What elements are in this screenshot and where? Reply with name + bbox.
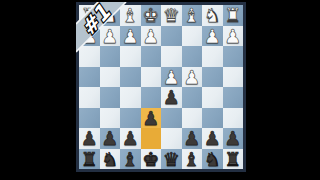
board-square[interactable]: ♟ (161, 87, 182, 108)
episode-ribbon-badge: #1 (76, 2, 129, 55)
white-knight-piece: ♞ (204, 5, 221, 26)
board-square[interactable] (141, 128, 162, 149)
board-square[interactable] (182, 87, 203, 108)
board-square[interactable]: ♟ (161, 67, 182, 88)
board-square[interactable]: ♜ (79, 149, 100, 170)
black-rook-piece: ♜ (224, 149, 241, 170)
board-square[interactable]: ♚ (141, 5, 162, 26)
board-square[interactable] (79, 67, 100, 88)
board-square[interactable] (141, 67, 162, 88)
white-pawn-piece: ♟ (183, 67, 200, 88)
black-pawn-piece: ♟ (142, 108, 159, 129)
black-bishop-piece: ♝ (183, 149, 200, 170)
board-square[interactable]: ♞ (202, 149, 223, 170)
board-square[interactable]: ♟ (223, 26, 244, 47)
board-square[interactable] (100, 87, 121, 108)
board-square[interactable] (120, 108, 141, 129)
board-square[interactable] (202, 67, 223, 88)
board-square[interactable]: ♟ (120, 128, 141, 149)
board-square[interactable]: ♟ (100, 128, 121, 149)
black-pawn-piece: ♟ (183, 128, 200, 149)
white-pawn-piece: ♟ (224, 26, 241, 47)
board-square[interactable] (202, 108, 223, 129)
board-square[interactable]: ♟ (202, 128, 223, 149)
board-square[interactable]: ♝ (182, 149, 203, 170)
board-square[interactable] (100, 108, 121, 129)
board-square[interactable] (79, 108, 100, 129)
board-square[interactable]: ♜ (223, 5, 244, 26)
board-square[interactable] (223, 108, 244, 129)
black-queen-piece: ♛ (163, 149, 180, 170)
white-pawn-piece: ♟ (142, 26, 159, 47)
board-square[interactable]: ♝ (182, 5, 203, 26)
black-pawn-piece: ♟ (204, 128, 221, 149)
chess-board: ♜♞♝♚♛♝♞♜♟♟♟♟♟♟♟♟♟♟♟♟♟♟♟♟♜♞♝♚♛♝♞♜ #1 (76, 2, 246, 172)
white-bishop-piece: ♝ (183, 5, 200, 26)
black-pawn-piece: ♟ (163, 87, 180, 108)
board-square[interactable] (100, 67, 121, 88)
board-square[interactable]: ♛ (161, 5, 182, 26)
board-square[interactable] (202, 46, 223, 67)
board-square[interactable]: ♛ (161, 149, 182, 170)
board-square[interactable] (161, 26, 182, 47)
board-square[interactable] (161, 46, 182, 67)
black-pawn-piece: ♟ (101, 128, 118, 149)
board-square[interactable] (79, 87, 100, 108)
black-king-piece: ♚ (142, 149, 159, 170)
board-square[interactable]: ♟ (182, 128, 203, 149)
black-knight-piece: ♞ (204, 149, 221, 170)
black-pawn-piece: ♟ (224, 128, 241, 149)
board-square[interactable] (223, 87, 244, 108)
white-king-piece: ♚ (142, 5, 159, 26)
white-rook-piece: ♜ (224, 5, 241, 26)
board-square[interactable] (182, 26, 203, 47)
black-bishop-piece: ♝ (122, 149, 139, 170)
board-square[interactable]: ♚ (141, 149, 162, 170)
board-square[interactable] (161, 128, 182, 149)
black-pawn-piece: ♟ (122, 128, 139, 149)
board-square[interactable]: ♟ (141, 26, 162, 47)
board-square[interactable] (141, 87, 162, 108)
board-square[interactable] (161, 108, 182, 129)
board-square[interactable] (120, 67, 141, 88)
white-pawn-piece: ♟ (163, 67, 180, 88)
board-square[interactable]: ♟ (182, 67, 203, 88)
board-square[interactable] (223, 46, 244, 67)
board-square[interactable] (182, 46, 203, 67)
black-rook-piece: ♜ (81, 149, 98, 170)
board-square[interactable]: ♞ (202, 5, 223, 26)
white-pawn-piece: ♟ (204, 26, 221, 47)
board-square[interactable] (223, 67, 244, 88)
board-square[interactable]: ♟ (141, 108, 162, 129)
black-pawn-piece: ♟ (81, 128, 98, 149)
board-square[interactable] (202, 87, 223, 108)
board-square[interactable]: ♟ (79, 128, 100, 149)
board-square[interactable]: ♟ (223, 128, 244, 149)
white-queen-piece: ♛ (163, 5, 180, 26)
board-square[interactable] (141, 46, 162, 67)
thumbnail-canvas: ♜♞♝♚♛♝♞♜♟♟♟♟♟♟♟♟♟♟♟♟♟♟♟♟♜♞♝♚♛♝♞♜ #1 (0, 0, 320, 180)
black-knight-piece: ♞ (101, 149, 118, 170)
board-square[interactable] (182, 108, 203, 129)
board-square[interactable] (120, 87, 141, 108)
board-square[interactable]: ♟ (202, 26, 223, 47)
board-square[interactable]: ♝ (120, 149, 141, 170)
board-square[interactable]: ♞ (100, 149, 121, 170)
board-square[interactable]: ♜ (223, 149, 244, 170)
